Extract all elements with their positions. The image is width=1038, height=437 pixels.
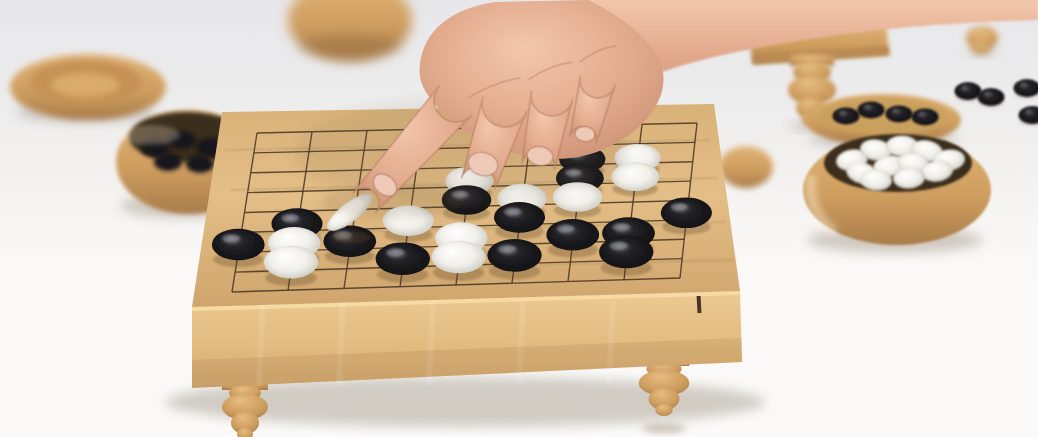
scene-canvas: [0, 0, 1038, 437]
white-stone: [431, 241, 485, 281]
white-stone: [264, 246, 318, 286]
small-lid-behind-bowl: [719, 146, 773, 188]
black-stone: [376, 242, 430, 282]
black-stone: [487, 239, 541, 279]
loose-black-stone: [955, 82, 982, 100]
black-stone-in-bowl: [186, 155, 214, 173]
black-stone: [661, 197, 712, 234]
captured-black-stone: [833, 108, 860, 125]
loose-black-stone: [978, 88, 1005, 106]
black-stone: [212, 229, 265, 268]
far-goban-leg-2: [966, 26, 998, 56]
bowl-lid-left: [10, 54, 166, 122]
captured-black-stone: [886, 106, 913, 123]
bowl-white-stones-right: [803, 134, 991, 253]
black-stone: [323, 225, 376, 264]
black-stone: [599, 236, 653, 276]
black-stone-in-bowl: [154, 153, 182, 171]
captured-black-stone: [858, 102, 885, 119]
captured-black-stone: [912, 109, 939, 126]
black-stone: [546, 219, 599, 258]
go-photo-scene: [0, 0, 1038, 437]
black-stone: [494, 202, 545, 239]
